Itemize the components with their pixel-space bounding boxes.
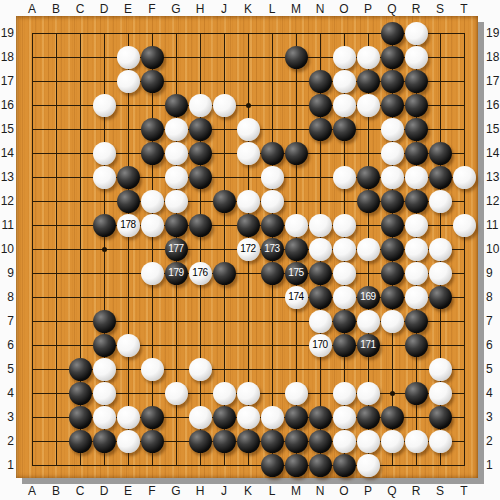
black-stone-L14 xyxy=(261,142,284,165)
column-label-top-B: B xyxy=(44,2,68,16)
black-stone-M2 xyxy=(285,430,308,453)
white-stone-L13 xyxy=(261,166,284,189)
column-label-top-C: C xyxy=(68,2,92,16)
black-stone-Q19 xyxy=(381,22,404,45)
white-stone-E6 xyxy=(117,334,140,357)
black-stone-H2 xyxy=(189,430,212,453)
white-stone-D14 xyxy=(93,142,116,165)
white-stone-M4 xyxy=(285,382,308,405)
white-stone-J4 xyxy=(213,382,236,405)
black-stone-N15 xyxy=(309,118,332,141)
black-stone-R17 xyxy=(405,70,428,93)
black-stone-M3 xyxy=(285,406,308,429)
white-stone-K3 xyxy=(237,406,260,429)
row-label-left-10: 10 xyxy=(0,237,14,261)
black-stone-R15 xyxy=(405,118,428,141)
row-label-right-12: 12 xyxy=(486,189,500,213)
white-stone-E18 xyxy=(117,46,140,69)
white-stone-K4 xyxy=(237,382,260,405)
column-label-bottom-D: D xyxy=(92,484,116,498)
black-stone-D6 xyxy=(93,334,116,357)
black-stone-C4 xyxy=(69,382,92,405)
white-stone-O17 xyxy=(333,70,356,93)
black-stone-N3 xyxy=(309,406,332,429)
black-stone-O1 xyxy=(333,454,356,477)
row-label-left-3: 3 xyxy=(0,405,14,429)
black-stone-R12 xyxy=(405,190,428,213)
move-177-stone-G10: 177 xyxy=(165,238,188,261)
black-stone-D2 xyxy=(93,430,116,453)
white-stone-P4 xyxy=(357,382,380,405)
black-stone-P13 xyxy=(357,166,380,189)
white-stone-S4 xyxy=(429,382,452,405)
black-stone-J2 xyxy=(213,430,236,453)
black-stone-N2 xyxy=(309,430,332,453)
black-stone-E13 xyxy=(117,166,140,189)
column-label-top-S: S xyxy=(428,2,452,16)
black-stone-G16 xyxy=(165,94,188,117)
black-stone-J3 xyxy=(213,406,236,429)
black-stone-M18 xyxy=(285,46,308,69)
row-label-right-2: 2 xyxy=(486,429,500,453)
black-stone-D7 xyxy=(93,310,116,333)
white-stone-F12 xyxy=(141,190,164,213)
white-stone-M11 xyxy=(285,214,308,237)
white-stone-N11 xyxy=(309,214,332,237)
black-stone-H13 xyxy=(189,166,212,189)
black-stone-Q12 xyxy=(381,190,404,213)
white-stone-Q7 xyxy=(381,310,404,333)
black-stone-R7 xyxy=(405,310,428,333)
white-stone-N10 xyxy=(309,238,332,261)
row-label-left-19: 19 xyxy=(0,21,14,45)
black-stone-S8 xyxy=(429,286,452,309)
black-stone-J9 xyxy=(213,262,236,285)
black-stone-P17 xyxy=(357,70,380,93)
row-label-right-13: 13 xyxy=(486,165,500,189)
move-179-stone-G9: 179 xyxy=(165,262,188,285)
white-stone-D16 xyxy=(93,94,116,117)
black-stone-M1 xyxy=(285,454,308,477)
black-stone-R16 xyxy=(405,94,428,117)
row-label-left-11: 11 xyxy=(0,213,14,237)
row-label-left-17: 17 xyxy=(0,69,14,93)
black-stone-F14 xyxy=(141,142,164,165)
row-label-right-14: 14 xyxy=(486,141,500,165)
row-label-left-6: 6 xyxy=(0,333,14,357)
white-stone-O9 xyxy=(333,262,356,285)
white-stone-L12 xyxy=(261,190,284,213)
star-point-Q4 xyxy=(390,391,395,396)
white-stone-F11 xyxy=(141,214,164,237)
column-label-top-M: M xyxy=(284,2,308,16)
black-stone-L2 xyxy=(261,430,284,453)
row-label-right-11: 11 xyxy=(486,213,500,237)
white-stone-S2 xyxy=(429,430,452,453)
black-stone-N9 xyxy=(309,262,332,285)
column-label-bottom-T: T xyxy=(452,484,476,498)
white-stone-R13 xyxy=(405,166,428,189)
black-stone-E12 xyxy=(117,190,140,213)
white-stone-R11 xyxy=(405,214,428,237)
white-stone-O8 xyxy=(333,286,356,309)
white-stone-K14 xyxy=(237,142,260,165)
black-stone-Q17 xyxy=(381,70,404,93)
column-label-bottom-G: G xyxy=(164,484,188,498)
white-stone-O16 xyxy=(333,94,356,117)
black-stone-L9 xyxy=(261,262,284,285)
white-stone-L3 xyxy=(261,406,284,429)
white-stone-G13 xyxy=(165,166,188,189)
white-stone-S10 xyxy=(429,238,452,261)
black-stone-S14 xyxy=(429,142,452,165)
column-label-top-L: L xyxy=(260,2,284,16)
black-stone-F15 xyxy=(141,118,164,141)
white-stone-T13 xyxy=(453,166,476,189)
black-stone-M10 xyxy=(285,238,308,261)
row-label-right-4: 4 xyxy=(486,381,500,405)
black-stone-D11 xyxy=(93,214,116,237)
white-stone-Q14 xyxy=(381,142,404,165)
star-point-D10 xyxy=(102,247,107,252)
grid-line xyxy=(464,33,465,466)
white-stone-S12 xyxy=(429,190,452,213)
column-label-bottom-Q: Q xyxy=(380,484,404,498)
black-stone-N1 xyxy=(309,454,332,477)
row-label-left-12: 12 xyxy=(0,189,14,213)
black-stone-H14 xyxy=(189,142,212,165)
white-stone-S5 xyxy=(429,358,452,381)
row-label-right-18: 18 xyxy=(486,45,500,69)
white-stone-E17 xyxy=(117,70,140,93)
black-stone-Q10 xyxy=(381,238,404,261)
row-label-left-7: 7 xyxy=(0,309,14,333)
white-stone-R2 xyxy=(405,430,428,453)
grid-line xyxy=(32,465,465,466)
white-stone-O13 xyxy=(333,166,356,189)
white-stone-G14 xyxy=(165,142,188,165)
white-stone-O3 xyxy=(333,406,356,429)
black-stone-C2 xyxy=(69,430,92,453)
column-label-top-A: A xyxy=(20,2,44,16)
white-stone-Q13 xyxy=(381,166,404,189)
black-stone-H11 xyxy=(189,214,212,237)
black-stone-R14 xyxy=(405,142,428,165)
white-stone-H16 xyxy=(189,94,212,117)
column-label-top-J: J xyxy=(212,2,236,16)
white-stone-R19 xyxy=(405,22,428,45)
column-label-top-E: E xyxy=(116,2,140,16)
white-stone-R8 xyxy=(405,286,428,309)
row-label-left-18: 18 xyxy=(0,45,14,69)
white-stone-E3 xyxy=(117,406,140,429)
black-stone-P3 xyxy=(357,406,380,429)
column-label-top-N: N xyxy=(308,2,332,16)
white-stone-P7 xyxy=(357,310,380,333)
white-stone-P16 xyxy=(357,94,380,117)
white-stone-S9 xyxy=(429,262,452,285)
move-170-stone-N6: 170 xyxy=(309,334,332,357)
black-stone-L1 xyxy=(261,454,284,477)
move-169-stone-P8: 169 xyxy=(357,286,380,309)
white-stone-T11 xyxy=(453,214,476,237)
move-175-stone-M9: 175 xyxy=(285,262,308,285)
row-label-right-19: 19 xyxy=(486,21,500,45)
black-stone-O15 xyxy=(333,118,356,141)
column-label-bottom-P: P xyxy=(356,484,380,498)
black-stone-O7 xyxy=(333,310,356,333)
white-stone-D3 xyxy=(93,406,116,429)
row-label-right-6: 6 xyxy=(486,333,500,357)
column-label-bottom-J: J xyxy=(212,484,236,498)
white-stone-P2 xyxy=(357,430,380,453)
row-label-right-3: 3 xyxy=(486,405,500,429)
star-point-K16 xyxy=(246,103,251,108)
white-stone-O2 xyxy=(333,430,356,453)
column-label-bottom-A: A xyxy=(20,484,44,498)
column-label-bottom-M: M xyxy=(284,484,308,498)
black-stone-F3 xyxy=(141,406,164,429)
black-stone-L11 xyxy=(261,214,284,237)
move-171-stone-P6: 171 xyxy=(357,334,380,357)
row-label-left-9: 9 xyxy=(0,261,14,285)
white-stone-P10 xyxy=(357,238,380,261)
black-stone-Q8 xyxy=(381,286,404,309)
white-stone-H3 xyxy=(189,406,212,429)
black-stone-F17 xyxy=(141,70,164,93)
row-label-left-5: 5 xyxy=(0,357,14,381)
column-label-bottom-F: F xyxy=(140,484,164,498)
column-label-top-R: R xyxy=(404,2,428,16)
move-173-stone-L10: 173 xyxy=(261,238,284,261)
column-label-top-T: T xyxy=(452,2,476,16)
row-label-left-13: 13 xyxy=(0,165,14,189)
row-label-left-1: 1 xyxy=(0,453,14,477)
black-stone-Q11 xyxy=(381,214,404,237)
black-stone-G11 xyxy=(165,214,188,237)
black-stone-R6 xyxy=(405,334,428,357)
row-label-right-7: 7 xyxy=(486,309,500,333)
column-label-bottom-L: L xyxy=(260,484,284,498)
column-label-bottom-O: O xyxy=(332,484,356,498)
black-stone-Q16 xyxy=(381,94,404,117)
black-stone-F18 xyxy=(141,46,164,69)
row-label-left-4: 4 xyxy=(0,381,14,405)
column-label-bottom-S: S xyxy=(428,484,452,498)
white-stone-O11 xyxy=(333,214,356,237)
black-stone-N8 xyxy=(309,286,332,309)
white-stone-O10 xyxy=(333,238,356,261)
column-label-bottom-B: B xyxy=(44,484,68,498)
move-174-stone-M8: 174 xyxy=(285,286,308,309)
white-stone-O4 xyxy=(333,382,356,405)
row-label-left-16: 16 xyxy=(0,93,14,117)
black-stone-K2 xyxy=(237,430,260,453)
black-stone-Q9 xyxy=(381,262,404,285)
white-stone-N7 xyxy=(309,310,332,333)
white-stone-Q15 xyxy=(381,118,404,141)
black-stone-Q18 xyxy=(381,46,404,69)
white-stone-D5 xyxy=(93,358,116,381)
row-label-right-15: 15 xyxy=(486,117,500,141)
white-stone-K15 xyxy=(237,118,260,141)
row-label-left-15: 15 xyxy=(0,117,14,141)
black-stone-O6 xyxy=(333,334,356,357)
white-stone-G15 xyxy=(165,118,188,141)
row-label-right-1: 1 xyxy=(486,453,500,477)
row-label-right-9: 9 xyxy=(486,261,500,285)
column-label-bottom-K: K xyxy=(236,484,260,498)
white-stone-F9 xyxy=(141,262,164,285)
black-stone-H15 xyxy=(189,118,212,141)
row-label-right-8: 8 xyxy=(486,285,500,309)
row-label-right-5: 5 xyxy=(486,357,500,381)
black-stone-Q3 xyxy=(381,406,404,429)
move-176-stone-H9: 176 xyxy=(189,262,212,285)
row-label-left-14: 14 xyxy=(0,141,14,165)
go-game-screenshot: 178177172173179176175174169170171 AABBCC… xyxy=(0,0,500,500)
column-label-top-Q: Q xyxy=(380,2,404,16)
black-stone-N16 xyxy=(309,94,332,117)
white-stone-P1 xyxy=(357,454,380,477)
black-stone-F2 xyxy=(141,430,164,453)
white-stone-D4 xyxy=(93,382,116,405)
black-stone-R4 xyxy=(405,382,428,405)
column-label-bottom-C: C xyxy=(68,484,92,498)
black-stone-C5 xyxy=(69,358,92,381)
black-stone-J12 xyxy=(213,190,236,213)
column-label-top-G: G xyxy=(164,2,188,16)
white-stone-Q2 xyxy=(381,430,404,453)
black-stone-S3 xyxy=(429,406,452,429)
white-stone-R9 xyxy=(405,262,428,285)
column-label-top-F: F xyxy=(140,2,164,16)
black-stone-P12 xyxy=(357,190,380,213)
row-label-right-10: 10 xyxy=(486,237,500,261)
white-stone-F5 xyxy=(141,358,164,381)
white-stone-R10 xyxy=(405,238,428,261)
move-172-stone-K10: 172 xyxy=(237,238,260,261)
black-stone-K11 xyxy=(237,214,260,237)
white-stone-J16 xyxy=(213,94,236,117)
row-label-left-2: 2 xyxy=(0,429,14,453)
column-label-top-K: K xyxy=(236,2,260,16)
white-stone-E2 xyxy=(117,430,140,453)
column-label-bottom-H: H xyxy=(188,484,212,498)
column-label-bottom-R: R xyxy=(404,484,428,498)
white-stone-H5 xyxy=(189,358,212,381)
column-label-top-D: D xyxy=(92,2,116,16)
black-stone-M14 xyxy=(285,142,308,165)
column-label-bottom-N: N xyxy=(308,484,332,498)
black-stone-C3 xyxy=(69,406,92,429)
row-label-left-8: 8 xyxy=(0,285,14,309)
column-label-top-H: H xyxy=(188,2,212,16)
white-stone-G12 xyxy=(165,190,188,213)
black-stone-N17 xyxy=(309,70,332,93)
white-stone-R18 xyxy=(405,46,428,69)
black-stone-S13 xyxy=(429,166,452,189)
row-label-right-17: 17 xyxy=(486,69,500,93)
column-label-top-P: P xyxy=(356,2,380,16)
white-stone-O18 xyxy=(333,46,356,69)
white-stone-D13 xyxy=(93,166,116,189)
white-stone-K12 xyxy=(237,190,260,213)
white-stone-P18 xyxy=(357,46,380,69)
column-label-top-O: O xyxy=(332,2,356,16)
column-label-bottom-E: E xyxy=(116,484,140,498)
row-label-right-16: 16 xyxy=(486,93,500,117)
move-178-stone-E11: 178 xyxy=(117,214,140,237)
white-stone-G4 xyxy=(165,382,188,405)
